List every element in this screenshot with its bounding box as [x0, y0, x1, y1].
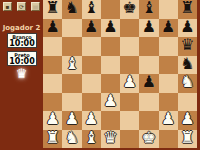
- square-d8[interactable]: [101, 0, 120, 19]
- square-e7[interactable]: [120, 19, 139, 38]
- board-button[interactable]: ■: [3, 2, 12, 11]
- square-h3[interactable]: [178, 93, 197, 112]
- piece-white-rook: ♜: [180, 130, 194, 146]
- piece-white-knight: ♞: [65, 130, 79, 146]
- square-e3[interactable]: [120, 93, 139, 112]
- square-b5[interactable]: ♝: [62, 56, 81, 75]
- square-c6[interactable]: [82, 37, 101, 56]
- square-c2[interactable]: ♟: [82, 111, 101, 130]
- square-d4[interactable]: [101, 74, 120, 93]
- square-a4[interactable]: [43, 74, 62, 93]
- square-g7[interactable]: ♟: [159, 19, 178, 38]
- black-clock: Preto 10:00: [7, 51, 37, 66]
- piece-black-pawn: ♟: [142, 19, 156, 35]
- square-h2[interactable]: ♟: [178, 111, 197, 130]
- square-g8[interactable]: [159, 0, 178, 19]
- piece-black-pawn: ♟: [142, 74, 156, 90]
- square-g5[interactable]: [159, 56, 178, 75]
- square-f4[interactable]: ♟: [139, 74, 158, 93]
- square-f6[interactable]: [139, 37, 158, 56]
- square-c4[interactable]: [82, 74, 101, 93]
- piece-white-bishop: ♝: [84, 130, 98, 146]
- square-g3[interactable]: [159, 93, 178, 112]
- square-h5[interactable]: ♞: [178, 56, 197, 75]
- piece-white-rook: ♜: [45, 130, 59, 146]
- piece-white-pawn: ♟: [45, 111, 59, 127]
- square-d6[interactable]: [101, 37, 120, 56]
- square-h1[interactable]: ♜: [178, 130, 197, 149]
- piece-black-pawn: ♟: [161, 19, 175, 35]
- piece-black-king: ♚: [122, 0, 136, 16]
- white-clock: Branco 10:00: [7, 33, 37, 48]
- square-e6[interactable]: [120, 37, 139, 56]
- square-g6[interactable]: [159, 37, 178, 56]
- piece-white-king: ♚: [142, 130, 156, 146]
- square-e2[interactable]: [120, 111, 139, 130]
- toolbar: ■ ⟳ ▤: [3, 2, 40, 11]
- square-c5[interactable]: [82, 56, 101, 75]
- square-a6[interactable]: [43, 37, 62, 56]
- square-g1[interactable]: [159, 130, 178, 149]
- square-f3[interactable]: [139, 93, 158, 112]
- square-a2[interactable]: ♟: [43, 111, 62, 130]
- square-a7[interactable]: ♟: [43, 19, 62, 38]
- square-e8[interactable]: ♚: [120, 0, 139, 19]
- sidebar: ■ ⟳ ▤ Jogador 2 Branco 10:00 Preto 10:00…: [0, 0, 43, 150]
- piece-white-bishop: ♝: [65, 56, 79, 72]
- square-f1[interactable]: ♚: [139, 130, 158, 149]
- square-b8[interactable]: ♞: [62, 0, 81, 19]
- piece-black-pawn: ♟: [180, 19, 194, 35]
- piece-white-pawn: ♟: [161, 111, 175, 127]
- piece-black-rook: ♜: [45, 0, 59, 16]
- square-h7[interactable]: ♟: [178, 19, 197, 38]
- grid-button[interactable]: ▤: [31, 2, 40, 11]
- square-a3[interactable]: [43, 93, 62, 112]
- square-e5[interactable]: [120, 56, 139, 75]
- square-d5[interactable]: [101, 56, 120, 75]
- piece-black-queen: ♛: [180, 37, 194, 53]
- crown-logo-icon: ♛: [0, 66, 43, 82]
- square-h8[interactable]: ♜: [178, 0, 197, 19]
- square-f7[interactable]: ♟: [139, 19, 158, 38]
- piece-black-rook: ♜: [180, 0, 194, 16]
- square-c1[interactable]: ♝: [82, 130, 101, 149]
- square-b7[interactable]: [62, 19, 81, 38]
- square-c8[interactable]: ♝: [82, 0, 101, 19]
- board-icon: ■: [6, 4, 10, 10]
- piece-white-pawn: ♟: [122, 74, 136, 90]
- piece-white-queen: ♛: [103, 130, 117, 146]
- square-a5[interactable]: [43, 56, 62, 75]
- piece-black-knight: ♞: [65, 0, 79, 16]
- square-c7[interactable]: ♟: [82, 19, 101, 38]
- square-d3[interactable]: ♟: [101, 93, 120, 112]
- square-f2[interactable]: [139, 111, 158, 130]
- square-b6[interactable]: [62, 37, 81, 56]
- square-a1[interactable]: ♜: [43, 130, 62, 149]
- piece-black-pawn: ♟: [45, 19, 59, 35]
- piece-white-pawn: ♟: [180, 111, 194, 127]
- square-d7[interactable]: ♟: [101, 19, 120, 38]
- piece-white-knight: ♞: [180, 74, 194, 90]
- square-a8[interactable]: ♜: [43, 0, 62, 19]
- piece-white-pawn: ♟: [103, 93, 117, 109]
- square-h6[interactable]: ♛: [178, 37, 197, 56]
- square-f8[interactable]: ♝: [139, 0, 158, 19]
- piece-black-bishop: ♝: [84, 0, 98, 16]
- piece-black-pawn: ♟: [84, 19, 98, 35]
- piece-white-pawn: ♟: [65, 111, 79, 127]
- square-b4[interactable]: [62, 74, 81, 93]
- square-c3[interactable]: [82, 93, 101, 112]
- piece-black-bishop: ♝: [142, 0, 156, 16]
- piece-black-pawn: ♟: [103, 19, 117, 35]
- piece-white-pawn: ♟: [84, 111, 98, 127]
- black-clock-time: 10:00: [8, 58, 36, 66]
- player-turn-label: Jogador 2: [0, 24, 43, 32]
- white-clock-time: 10:00: [8, 40, 36, 48]
- restart-button[interactable]: ⟳: [17, 2, 26, 11]
- piece-black-knight: ♞: [180, 56, 194, 72]
- square-g4[interactable]: [159, 74, 178, 93]
- grid-icon: ▤: [33, 4, 39, 10]
- square-b1[interactable]: ♞: [62, 130, 81, 149]
- square-d2[interactable]: [101, 111, 120, 130]
- square-f5[interactable]: [139, 56, 158, 75]
- square-d1[interactable]: ♛: [101, 130, 120, 149]
- restart-icon: ⟳: [19, 4, 24, 10]
- square-g2[interactable]: ♟: [159, 111, 178, 130]
- square-e1[interactable]: [120, 130, 139, 149]
- square-e4[interactable]: ♟: [120, 74, 139, 93]
- chess-board: ♜♞♝♚♝♜♟♟♟♟♟♟♛♝♞♟♟♞♟♟♟♟♟♟♜♞♝♛♚♜: [43, 0, 197, 148]
- square-h4[interactable]: ♞: [178, 74, 197, 93]
- square-b3[interactable]: [62, 93, 81, 112]
- square-b2[interactable]: ♟: [62, 111, 81, 130]
